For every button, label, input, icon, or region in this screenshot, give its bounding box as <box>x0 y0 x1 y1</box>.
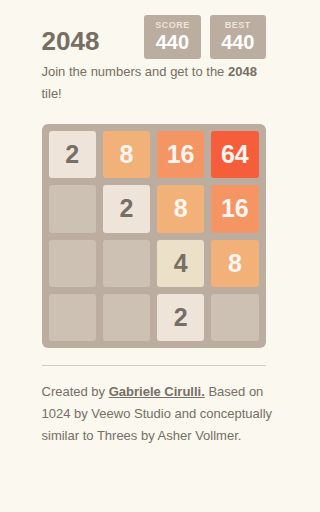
tile-2: 2 <box>157 294 204 341</box>
tile-2: 2 <box>103 185 150 232</box>
footer-line-1: Created by Gabriele Cirulli. Based on <box>42 381 266 403</box>
footer-text: Created by Gabriele Cirulli. Based on 10… <box>42 381 266 447</box>
page-title: 2048 <box>42 28 100 54</box>
board-cell-empty <box>49 294 96 341</box>
board-cell-empty <box>103 294 150 341</box>
score-label: SCORE <box>155 20 190 31</box>
tile-16: 16 <box>211 185 258 232</box>
score-value: 440 <box>155 31 190 53</box>
tile-8: 8 <box>157 185 204 232</box>
header: 2048 SCORE 440 BEST 440 <box>42 0 266 57</box>
intro-text: Join the numbers and get to the 2048 til… <box>42 61 266 105</box>
game-board-2048[interactable]: 2816642816482 <box>42 124 266 348</box>
best-label: BEST <box>221 20 254 31</box>
board-cell-empty <box>49 185 96 232</box>
tile-8: 8 <box>211 240 258 287</box>
tile-64: 64 <box>211 131 258 178</box>
score-box: SCORE 440 <box>144 15 201 59</box>
divider <box>42 365 266 366</box>
intro-goal-tile: 2048 <box>228 64 257 79</box>
scoreboard: SCORE 440 BEST 440 <box>139 15 265 59</box>
board-cell-empty <box>103 240 150 287</box>
board-cell-empty <box>49 240 96 287</box>
tile-4: 4 <box>157 240 204 287</box>
best-box: BEST 440 <box>210 15 265 59</box>
tile-16: 16 <box>157 131 204 178</box>
footer-line-2: 1024 by Veewo Studio and conceptually <box>42 403 266 425</box>
intro-line-1: Join the numbers and get to the 2048 <box>42 61 266 83</box>
author-link[interactable]: Gabriele Cirulli. <box>109 384 205 399</box>
footer-line-3: similar to Threes by Asher Vollmer. <box>42 425 266 447</box>
board-cell-empty <box>211 294 258 341</box>
tile-2: 2 <box>49 131 96 178</box>
intro-line-2: tile! <box>42 83 266 105</box>
tile-8: 8 <box>103 131 150 178</box>
best-value: 440 <box>221 31 254 53</box>
page-container: 2048 SCORE 440 BEST 440 Join the numbers… <box>42 0 266 447</box>
